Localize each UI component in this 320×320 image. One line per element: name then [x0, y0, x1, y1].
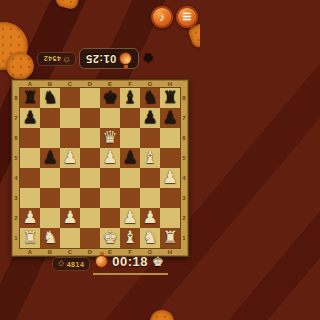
square-e4[interactable] [100, 168, 120, 188]
square-g1[interactable]: ♞ [140, 228, 160, 248]
piece-white-pawn[interactable]: ♟ [100, 146, 120, 168]
coord-label: 2 [180, 208, 188, 228]
square-a3[interactable] [20, 188, 40, 208]
square-f7[interactable] [120, 108, 140, 128]
square-c7[interactable] [60, 108, 80, 128]
coord-label: 8 [180, 88, 188, 108]
chess-board: ABCDEFGH ABCDEFGH 87654321 87654321 ♜♞♚♝… [11, 79, 189, 257]
music-icon: ♪ [159, 11, 165, 23]
square-b6[interactable] [40, 128, 60, 148]
cracker-decoration [6, 52, 34, 80]
coord-label: 3 [12, 188, 20, 208]
board-grid: ♜♞♚♝♞♜♟♟♟♛♟♟♟♟♝♟♟♟♟♟♜♞♚♝♞♜ [20, 88, 180, 248]
square-h2[interactable] [160, 208, 180, 228]
square-e2[interactable] [100, 208, 120, 228]
square-a8[interactable]: ♜ [20, 88, 40, 108]
piece-white-rook[interactable]: ♜ [20, 226, 40, 248]
square-d5[interactable] [80, 148, 100, 168]
square-d3[interactable] [80, 188, 100, 208]
opponent-time: 01:25 [86, 53, 117, 65]
square-h7[interactable]: ♟ [160, 108, 180, 128]
coord-label: D [80, 80, 100, 88]
coord-label: 6 [12, 128, 20, 148]
square-c4[interactable] [60, 168, 80, 188]
piece-white-pawn[interactable]: ♟ [20, 206, 40, 228]
square-c6[interactable] [60, 128, 80, 148]
square-g6[interactable] [140, 128, 160, 148]
square-b4[interactable] [40, 168, 60, 188]
coord-label: 4 [180, 168, 188, 188]
square-g3[interactable] [140, 188, 160, 208]
piece-white-pawn[interactable]: ♟ [60, 146, 80, 168]
square-a7[interactable]: ♟ [20, 108, 40, 128]
coord-label: 4 [12, 168, 20, 188]
cracker-decoration [150, 310, 174, 320]
piece-black-pawn[interactable]: ♟ [120, 146, 140, 168]
rank-labels-left: 87654321 [12, 88, 20, 248]
square-b8[interactable]: ♞ [40, 88, 60, 108]
piece-black-knight[interactable]: ♞ [140, 86, 160, 108]
square-f4[interactable] [120, 168, 140, 188]
piece-white-pawn[interactable]: ♟ [120, 206, 140, 228]
square-b5[interactable]: ♟ [40, 148, 60, 168]
square-d7[interactable] [80, 108, 100, 128]
square-a4[interactable] [20, 168, 40, 188]
stopwatch-icon [95, 255, 108, 268]
square-g8[interactable]: ♞ [140, 88, 160, 108]
square-d2[interactable] [80, 208, 100, 228]
menu-button[interactable]: ☰ [176, 6, 198, 28]
square-a5[interactable] [20, 148, 40, 168]
square-b2[interactable] [40, 208, 60, 228]
square-h5[interactable] [160, 148, 180, 168]
piece-white-knight[interactable]: ♞ [40, 226, 60, 248]
piece-white-pawn[interactable]: ♟ [160, 166, 180, 188]
square-f1[interactable]: ♝ [120, 228, 140, 248]
music-button[interactable]: ♪ [151, 6, 173, 28]
square-d1[interactable] [80, 228, 100, 248]
star-icon: ✩ [58, 260, 65, 268]
square-f5[interactable]: ♟ [120, 148, 140, 168]
square-g2[interactable]: ♟ [140, 208, 160, 228]
square-e1[interactable]: ♚ [100, 228, 120, 248]
player-rating-chip: ✩ 4814 [52, 257, 90, 271]
coord-label: 3 [180, 188, 188, 208]
piece-black-pawn[interactable]: ♟ [20, 106, 40, 128]
square-c1[interactable] [60, 228, 80, 248]
square-c8[interactable] [60, 88, 80, 108]
square-f8[interactable]: ♝ [120, 88, 140, 108]
square-e8[interactable]: ♚ [100, 88, 120, 108]
star-icon: ✩ [63, 55, 70, 63]
square-e7[interactable] [100, 108, 120, 128]
menu-icon: ☰ [183, 11, 192, 22]
player-bar: ✩ 4814 00:18 ♚ [52, 251, 188, 277]
square-c2[interactable]: ♟ [60, 208, 80, 228]
opponent-rating-chip: ✩ 4542 [37, 52, 75, 66]
square-h4[interactable]: ♟ [160, 168, 180, 188]
square-b1[interactable]: ♞ [40, 228, 60, 248]
piece-white-bishop[interactable]: ♝ [140, 146, 160, 168]
coord-label: C [60, 80, 80, 88]
piece-black-bishop[interactable]: ♝ [120, 86, 140, 108]
opponent-bar: ♚ 01:25 ✩ 4542 [50, 44, 154, 74]
player-rating: 4814 [67, 261, 85, 268]
player-time: 00:18 [112, 254, 148, 269]
square-c5[interactable]: ♟ [60, 148, 80, 168]
square-g4[interactable] [140, 168, 160, 188]
piece-white-pawn[interactable]: ♟ [60, 206, 80, 228]
coord-label: 1 [180, 228, 188, 248]
square-g5[interactable]: ♝ [140, 148, 160, 168]
coord-label: 1 [12, 228, 20, 248]
piece-black-pawn[interactable]: ♟ [40, 146, 60, 168]
square-d4[interactable] [80, 168, 100, 188]
piece-white-rook[interactable]: ♜ [160, 226, 180, 248]
piece-white-queen[interactable]: ♛ [100, 126, 120, 148]
coord-label: 5 [12, 148, 20, 168]
square-h1[interactable]: ♜ [160, 228, 180, 248]
coord-label: 5 [180, 148, 188, 168]
square-b7[interactable] [40, 108, 60, 128]
coord-label: 2 [12, 208, 20, 228]
coord-label: 8 [12, 88, 20, 108]
piece-black-rook[interactable]: ♜ [160, 86, 180, 108]
player-timer: 00:18 ♚ [93, 254, 167, 275]
coord-label: 6 [180, 128, 188, 148]
square-f2[interactable]: ♟ [120, 208, 140, 228]
opponent-rating: 4542 [43, 56, 61, 63]
square-f3[interactable] [120, 188, 140, 208]
rank-labels-right: 87654321 [180, 88, 188, 248]
square-e6[interactable]: ♛ [100, 128, 120, 148]
square-b3[interactable] [40, 188, 60, 208]
square-h8[interactable]: ♜ [160, 88, 180, 108]
piece-white-bishop[interactable]: ♝ [120, 226, 140, 248]
piece-white-king[interactable]: ♚ [100, 226, 120, 248]
piece-black-pawn[interactable]: ♟ [140, 106, 160, 128]
square-d8[interactable] [80, 88, 100, 108]
square-e3[interactable] [100, 188, 120, 208]
square-h3[interactable] [160, 188, 180, 208]
square-d6[interactable] [80, 128, 100, 148]
stopwatch-icon [119, 53, 132, 66]
square-f6[interactable] [120, 128, 140, 148]
square-a2[interactable]: ♟ [20, 208, 40, 228]
coord-label: A [20, 248, 40, 256]
piece-white-knight[interactable]: ♞ [140, 226, 160, 248]
piece-black-rook[interactable]: ♜ [20, 86, 40, 108]
square-a6[interactable] [20, 128, 40, 148]
piece-black-pawn[interactable]: ♟ [160, 106, 180, 128]
piece-black-king[interactable]: ♚ [100, 86, 120, 108]
square-c3[interactable] [60, 188, 80, 208]
square-h6[interactable] [160, 128, 180, 148]
opponent-timer: 01:25 [79, 49, 140, 70]
square-e5[interactable]: ♟ [100, 148, 120, 168]
piece-white-pawn[interactable]: ♟ [140, 206, 160, 228]
player-piece-icon: ♚ [152, 255, 164, 268]
square-a1[interactable]: ♜ [20, 228, 40, 248]
piece-black-knight[interactable]: ♞ [40, 86, 60, 108]
square-g7[interactable]: ♟ [140, 108, 160, 128]
opponent-piece-icon: ♚ [142, 53, 154, 66]
coord-label: 7 [180, 108, 188, 128]
coord-label: 7 [12, 108, 20, 128]
cracker-decoration [55, 0, 82, 10]
